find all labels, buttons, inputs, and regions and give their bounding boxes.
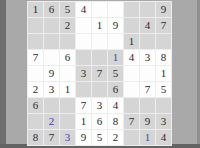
cell-r7c6[interactable]: 4 — [108, 98, 123, 113]
cell-r2c2[interactable] — [44, 18, 59, 33]
cell-r3c8[interactable] — [140, 34, 155, 49]
window-frame-left — [0, 0, 6, 148]
cell-r9c5[interactable]: 5 — [92, 130, 107, 145]
cell-r3c1[interactable] — [28, 34, 43, 49]
cell-r8c7[interactable]: 7 — [124, 114, 139, 129]
cell-r8c9[interactable]: 3 — [156, 114, 171, 129]
cell-r7c8[interactable] — [140, 98, 155, 113]
cell-r7c5[interactable]: 3 — [92, 98, 107, 113]
cell-r9c7[interactable] — [124, 130, 139, 145]
cell-r4c9[interactable]: 8 — [156, 50, 171, 65]
cell-r4c6[interactable]: 1 — [108, 50, 123, 65]
cell-r8c2[interactable]: 2 — [44, 114, 59, 129]
cell-r1c9[interactable]: 9 — [156, 2, 171, 17]
cell-r5c1[interactable] — [28, 66, 43, 81]
cell-r2c7[interactable] — [124, 18, 139, 33]
cell-r4c7[interactable]: 4 — [124, 50, 139, 65]
cell-r5c7[interactable] — [124, 66, 139, 81]
cell-r9c6[interactable]: 2 — [108, 130, 123, 145]
cell-r2c1[interactable] — [28, 18, 43, 33]
cell-r5c3[interactable] — [60, 66, 75, 81]
cell-r5c8[interactable] — [140, 66, 155, 81]
cell-r1c5[interactable] — [92, 2, 107, 17]
cell-r9c4[interactable]: 9 — [76, 130, 91, 145]
cell-r6c5[interactable] — [92, 82, 107, 97]
cell-r8c8[interactable]: 9 — [140, 114, 155, 129]
cell-r1c2[interactable]: 6 — [44, 2, 59, 17]
cell-r9c9[interactable]: 4 — [156, 130, 171, 145]
cell-r3c9[interactable] — [156, 34, 171, 49]
cell-r6c3[interactable]: 1 — [60, 82, 75, 97]
cell-r4c8[interactable]: 3 — [140, 50, 155, 65]
cell-r8c6[interactable]: 8 — [108, 114, 123, 129]
sudoku-board: 1654921947176143893751231675673421687938… — [27, 1, 172, 146]
cell-r5c6[interactable]: 5 — [108, 66, 123, 81]
cell-r9c3[interactable]: 3 — [60, 130, 75, 145]
cell-r5c9[interactable]: 1 — [156, 66, 171, 81]
cell-r8c3[interactable] — [60, 114, 75, 129]
window-frame-right — [197, 0, 200, 148]
cell-r2c8[interactable]: 4 — [140, 18, 155, 33]
cell-r2c4[interactable] — [76, 18, 91, 33]
cell-r3c3[interactable] — [60, 34, 75, 49]
cell-r3c5[interactable] — [92, 34, 107, 49]
cell-r4c3[interactable]: 6 — [60, 50, 75, 65]
cell-r4c1[interactable]: 7 — [28, 50, 43, 65]
cell-r1c1[interactable]: 1 — [28, 2, 43, 17]
cell-r5c4[interactable]: 3 — [76, 66, 91, 81]
cell-r2c6[interactable]: 9 — [108, 18, 123, 33]
cell-r1c6[interactable] — [108, 2, 123, 17]
cell-r8c4[interactable]: 1 — [76, 114, 91, 129]
cell-r7c3[interactable] — [60, 98, 75, 113]
cell-r9c1[interactable]: 8 — [28, 130, 43, 145]
cell-r9c8[interactable]: 1 — [140, 130, 155, 145]
cell-r4c5[interactable] — [92, 50, 107, 65]
cell-r4c2[interactable] — [44, 50, 59, 65]
cell-r6c1[interactable]: 2 — [28, 82, 43, 97]
cell-r2c3[interactable]: 2 — [60, 18, 75, 33]
cell-r7c2[interactable] — [44, 98, 59, 113]
cell-r6c6[interactable]: 6 — [108, 82, 123, 97]
cell-r5c2[interactable]: 9 — [44, 66, 59, 81]
sudoku-window: 1654921947176143893751231675673421687938… — [0, 0, 200, 148]
cell-r7c4[interactable]: 7 — [76, 98, 91, 113]
cell-r3c4[interactable] — [76, 34, 91, 49]
cell-r1c8[interactable] — [140, 2, 155, 17]
cell-r1c7[interactable] — [124, 2, 139, 17]
cell-r9c2[interactable]: 7 — [44, 130, 59, 145]
cell-r4c4[interactable] — [76, 50, 91, 65]
cell-r2c5[interactable]: 1 — [92, 18, 107, 33]
cell-r6c4[interactable] — [76, 82, 91, 97]
cell-r8c5[interactable]: 6 — [92, 114, 107, 129]
cell-r1c4[interactable]: 4 — [76, 2, 91, 17]
cell-r6c7[interactable] — [124, 82, 139, 97]
cell-r7c1[interactable]: 6 — [28, 98, 43, 113]
cell-r6c2[interactable]: 3 — [44, 82, 59, 97]
cell-r7c9[interactable] — [156, 98, 171, 113]
cell-r6c8[interactable]: 7 — [140, 82, 155, 97]
cell-r3c2[interactable] — [44, 34, 59, 49]
cell-r3c7[interactable]: 1 — [124, 34, 139, 49]
cell-r8c1[interactable] — [28, 114, 43, 129]
cell-r2c9[interactable]: 7 — [156, 18, 171, 33]
cell-r3c6[interactable] — [108, 34, 123, 49]
cell-r5c5[interactable]: 7 — [92, 66, 107, 81]
cell-r7c7[interactable] — [124, 98, 139, 113]
cell-r1c3[interactable]: 5 — [60, 2, 75, 17]
cell-r6c9[interactable]: 5 — [156, 82, 171, 97]
